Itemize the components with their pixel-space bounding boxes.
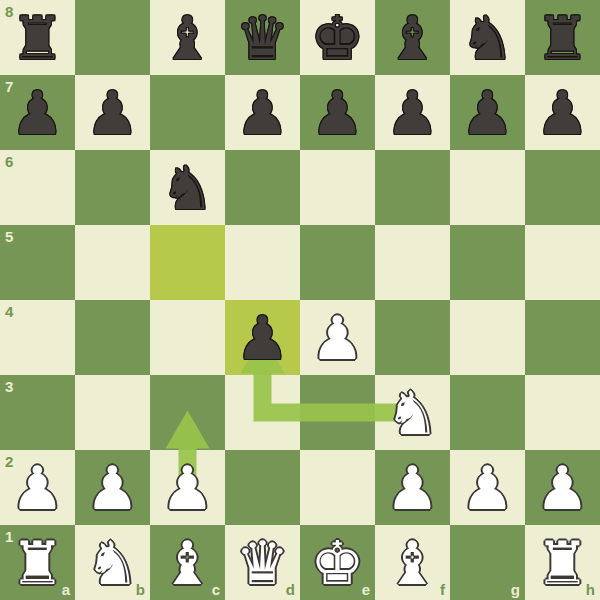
square-e7[interactable]: ♟	[300, 75, 375, 150]
square-h8[interactable]: ♜	[525, 0, 600, 75]
black-rook-a8[interactable]: ♜	[0, 0, 75, 75]
white-bishop-c1[interactable]: ♝	[150, 525, 225, 600]
black-bishop-c8[interactable]: ♝	[150, 0, 225, 75]
square-c7[interactable]	[150, 75, 225, 150]
square-g2[interactable]: ♟	[450, 450, 525, 525]
square-h6[interactable]	[525, 150, 600, 225]
white-rook-h1[interactable]: ♜	[525, 525, 600, 600]
square-e4[interactable]: ♟	[300, 300, 375, 375]
square-e5[interactable]	[300, 225, 375, 300]
black-pawn-a7[interactable]: ♟	[0, 75, 75, 150]
black-queen-d8[interactable]: ♛	[225, 0, 300, 75]
white-knight-b1[interactable]: ♞	[75, 525, 150, 600]
square-g8[interactable]: ♞	[450, 0, 525, 75]
white-king-e1[interactable]: ♚	[300, 525, 375, 600]
white-pawn-f2[interactable]: ♟	[375, 450, 450, 525]
black-pawn-d4[interactable]: ♟	[225, 300, 300, 375]
chess-board: 8♜♝♛♚♝♞♜7♟♟♟♟♟♟♟6♞54♟♟3♞2♟♟♟♟♟♟1a♜b♞c♝d♛…	[0, 0, 600, 600]
square-g1[interactable]: g	[450, 525, 525, 600]
square-f4[interactable]	[375, 300, 450, 375]
black-pawn-b7[interactable]: ♟	[75, 75, 150, 150]
square-e2[interactable]	[300, 450, 375, 525]
square-f6[interactable]	[375, 150, 450, 225]
square-h3[interactable]	[525, 375, 600, 450]
square-a1[interactable]: 1a♜	[0, 525, 75, 600]
square-b4[interactable]	[75, 300, 150, 375]
square-e8[interactable]: ♚	[300, 0, 375, 75]
square-g5[interactable]	[450, 225, 525, 300]
square-c8[interactable]: ♝	[150, 0, 225, 75]
square-b8[interactable]	[75, 0, 150, 75]
white-rook-a1[interactable]: ♜	[0, 525, 75, 600]
square-f8[interactable]: ♝	[375, 0, 450, 75]
square-g7[interactable]: ♟	[450, 75, 525, 150]
square-a4[interactable]: 4	[0, 300, 75, 375]
square-d3[interactable]	[225, 375, 300, 450]
square-b6[interactable]	[75, 150, 150, 225]
square-h2[interactable]: ♟	[525, 450, 600, 525]
white-knight-f3[interactable]: ♞	[375, 375, 450, 450]
square-c2[interactable]: ♟	[150, 450, 225, 525]
white-bishop-f1[interactable]: ♝	[375, 525, 450, 600]
black-rook-h8[interactable]: ♜	[525, 0, 600, 75]
rank-label-3: 3	[5, 379, 13, 394]
rank-label-6: 6	[5, 154, 13, 169]
square-b1[interactable]: b♞	[75, 525, 150, 600]
square-c5[interactable]	[150, 225, 225, 300]
square-d2[interactable]	[225, 450, 300, 525]
square-a8[interactable]: 8♜	[0, 0, 75, 75]
black-bishop-f8[interactable]: ♝	[375, 0, 450, 75]
square-e1[interactable]: e♚	[300, 525, 375, 600]
square-b2[interactable]: ♟	[75, 450, 150, 525]
square-f7[interactable]: ♟	[375, 75, 450, 150]
square-c3[interactable]	[150, 375, 225, 450]
square-d7[interactable]: ♟	[225, 75, 300, 150]
square-f2[interactable]: ♟	[375, 450, 450, 525]
black-pawn-f7[interactable]: ♟	[375, 75, 450, 150]
square-b3[interactable]	[75, 375, 150, 450]
white-pawn-b2[interactable]: ♟	[75, 450, 150, 525]
square-h5[interactable]	[525, 225, 600, 300]
black-king-e8[interactable]: ♚	[300, 0, 375, 75]
black-pawn-e7[interactable]: ♟	[300, 75, 375, 150]
square-g3[interactable]	[450, 375, 525, 450]
square-h4[interactable]	[525, 300, 600, 375]
square-c4[interactable]	[150, 300, 225, 375]
white-pawn-e4[interactable]: ♟	[300, 300, 375, 375]
white-pawn-c2[interactable]: ♟	[150, 450, 225, 525]
black-pawn-g7[interactable]: ♟	[450, 75, 525, 150]
square-d6[interactable]	[225, 150, 300, 225]
black-knight-c6[interactable]: ♞	[150, 150, 225, 225]
square-a7[interactable]: 7♟	[0, 75, 75, 150]
square-g6[interactable]	[450, 150, 525, 225]
white-queen-d1[interactable]: ♛	[225, 525, 300, 600]
square-c1[interactable]: c♝	[150, 525, 225, 600]
rank-label-4: 4	[5, 304, 13, 319]
rank-label-5: 5	[5, 229, 13, 244]
file-label-g: g	[511, 582, 520, 597]
square-d8[interactable]: ♛	[225, 0, 300, 75]
square-f3[interactable]: ♞	[375, 375, 450, 450]
square-h7[interactable]: ♟	[525, 75, 600, 150]
square-b7[interactable]: ♟	[75, 75, 150, 150]
square-h1[interactable]: h♜	[525, 525, 600, 600]
square-e3[interactable]	[300, 375, 375, 450]
white-pawn-a2[interactable]: ♟	[0, 450, 75, 525]
black-pawn-h7[interactable]: ♟	[525, 75, 600, 150]
square-f5[interactable]	[375, 225, 450, 300]
square-c6[interactable]: ♞	[150, 150, 225, 225]
square-a3[interactable]: 3	[0, 375, 75, 450]
square-f1[interactable]: f♝	[375, 525, 450, 600]
white-pawn-g2[interactable]: ♟	[450, 450, 525, 525]
black-knight-g8[interactable]: ♞	[450, 0, 525, 75]
square-a2[interactable]: 2♟	[0, 450, 75, 525]
square-d1[interactable]: d♛	[225, 525, 300, 600]
square-a5[interactable]: 5	[0, 225, 75, 300]
white-pawn-h2[interactable]: ♟	[525, 450, 600, 525]
square-d4[interactable]: ♟	[225, 300, 300, 375]
square-b5[interactable]	[75, 225, 150, 300]
black-pawn-d7[interactable]: ♟	[225, 75, 300, 150]
square-d5[interactable]	[225, 225, 300, 300]
square-e6[interactable]	[300, 150, 375, 225]
square-a6[interactable]: 6	[0, 150, 75, 225]
square-g4[interactable]	[450, 300, 525, 375]
